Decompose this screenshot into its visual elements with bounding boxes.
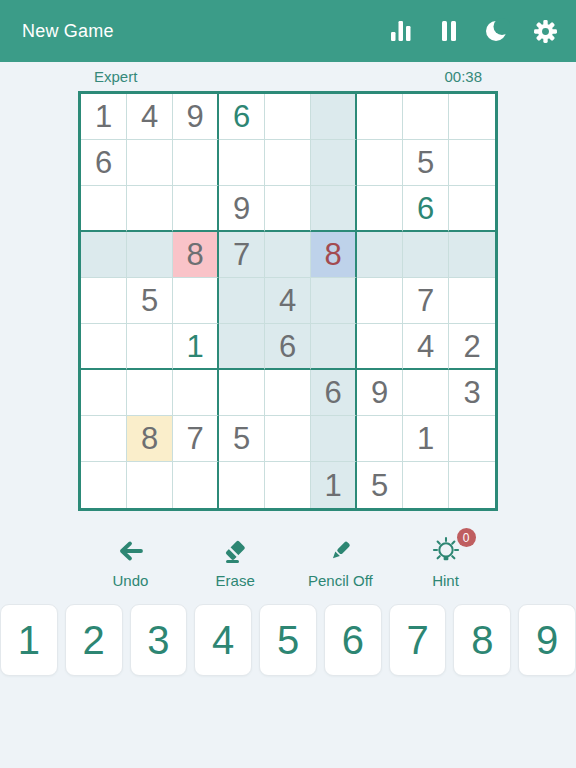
sudoku-cell[interactable] [403,462,449,508]
sudoku-cell[interactable] [265,186,311,232]
sudoku-cell[interactable]: 5 [357,462,403,508]
sudoku-cell[interactable]: 4 [127,94,173,140]
cell-digit: 7 [233,239,250,270]
numpad-button-1[interactable]: 1 [0,604,58,676]
sudoku-cell[interactable] [403,94,449,140]
cell-digit: 8 [324,239,341,270]
page-title: New Game [22,21,114,42]
sudoku-cell[interactable] [449,140,495,186]
undo-label: Undo [112,572,148,589]
sudoku-cell[interactable]: 6 [219,94,265,140]
sudoku-cell[interactable] [127,186,173,232]
undo-arrow-icon [115,536,145,566]
sudoku-cell[interactable] [265,416,311,462]
cell-digit: 2 [463,331,480,362]
sudoku-cell[interactable] [173,462,219,508]
numpad-button-3[interactable]: 3 [130,604,188,676]
sudoku-cell[interactable] [81,370,127,416]
moon-icon[interactable] [484,18,510,44]
sudoku-cell[interactable] [81,324,127,370]
sudoku-cell[interactable]: 3 [449,370,495,416]
sudoku-cell[interactable] [265,94,311,140]
sudoku-cell[interactable]: 9 [219,186,265,232]
sudoku-cell[interactable]: 4 [265,278,311,324]
cell-digit: 1 [417,423,434,454]
numpad-button-9[interactable]: 9 [518,604,576,676]
sudoku-cell[interactable] [219,140,265,186]
sudoku-cell[interactable] [127,140,173,186]
sudoku-cell[interactable] [219,370,265,416]
eraser-icon [221,536,249,566]
cell-digit: 6 [95,147,112,178]
cell-digit: 6 [324,377,341,408]
sudoku-cell[interactable]: 9 [173,94,219,140]
sudoku-cell[interactable] [311,278,357,324]
sudoku-cell[interactable]: 1 [173,324,219,370]
numpad-button-4[interactable]: 4 [194,604,252,676]
cell-digit: 9 [233,193,250,224]
cell-digit: 5 [233,423,250,454]
numpad-button-2[interactable]: 2 [65,604,123,676]
sudoku-cell[interactable]: 8 [173,232,219,278]
cell-digit: 4 [279,285,296,316]
cell-digit: 8 [141,423,158,454]
cell-digit: 1 [95,101,112,132]
sudoku-cell[interactable]: 6 [403,186,449,232]
numpad-button-6[interactable]: 6 [324,604,382,676]
hint-badge: 0 [457,528,476,547]
sudoku-cell[interactable] [357,324,403,370]
cell-digit: 6 [279,331,296,362]
sudoku-cell[interactable]: 5 [127,278,173,324]
sudoku-cell[interactable]: 6 [81,140,127,186]
cell-digit: 4 [141,101,158,132]
pencil-label: Pencil Off [308,572,373,589]
sudoku-cell[interactable] [81,186,127,232]
sudoku-cell[interactable]: 6 [311,370,357,416]
erase-button[interactable]: Erase [203,536,267,589]
sudoku-cell[interactable] [127,370,173,416]
cell-digit: 7 [186,423,203,454]
sudoku-cell[interactable] [449,232,495,278]
hint-label: Hint [432,572,459,589]
numpad-button-8[interactable]: 8 [453,604,511,676]
undo-button[interactable]: Undo [98,536,162,589]
sudoku-cell[interactable] [311,186,357,232]
sudoku-cell[interactable] [173,278,219,324]
toolbar: Undo Erase Pencil Off [78,536,498,589]
sudoku-cell[interactable] [357,232,403,278]
pencil-toggle-button[interactable]: Pencil Off [308,536,373,589]
app-bar: New Game [0,0,576,62]
sudoku-cell[interactable] [127,324,173,370]
sudoku-cell[interactable] [311,416,357,462]
sudoku-cell[interactable] [311,324,357,370]
hint-button[interactable]: Hint 0 [414,536,478,589]
cell-digit: 4 [417,331,434,362]
sudoku-cell[interactable] [449,278,495,324]
app-bar-icons [388,18,558,44]
cell-digit: 6 [417,193,434,224]
bulb-icon [432,536,460,566]
erase-label: Erase [216,572,255,589]
sudoku-cell[interactable]: 7 [403,278,449,324]
sudoku-cell[interactable]: 1 [403,416,449,462]
cell-digit: 9 [186,101,203,132]
cell-digit: 3 [463,377,480,408]
pencil-icon [326,536,354,566]
sudoku-cell[interactable] [449,462,495,508]
sudoku-cell[interactable] [449,416,495,462]
sudoku-cell[interactable] [357,416,403,462]
sudoku-cell[interactable]: 9 [357,370,403,416]
sudoku-cell[interactable] [173,140,219,186]
sudoku-cell[interactable] [173,186,219,232]
cell-digit: 1 [186,331,203,362]
sudoku-cell[interactable] [357,278,403,324]
cell-digit: 1 [324,470,341,501]
sudoku-cell[interactable] [219,462,265,508]
cell-digit: 5 [417,147,434,178]
sudoku-cell[interactable]: 8 [311,232,357,278]
sudoku-cell[interactable]: 4 [403,324,449,370]
sudoku-cell[interactable] [357,186,403,232]
cell-digit: 5 [371,470,388,501]
sudoku-cell[interactable] [265,462,311,508]
sudoku-cell[interactable] [265,232,311,278]
sudoku-cell[interactable] [173,370,219,416]
sudoku-cell[interactable] [219,278,265,324]
sudoku-cell[interactable]: 8 [127,416,173,462]
sudoku-cell[interactable] [403,370,449,416]
sudoku-cell[interactable] [311,140,357,186]
sudoku-grid: 149665968785471642693875115 [78,91,498,511]
sudoku-cell[interactable] [403,232,449,278]
cell-digit: 5 [141,285,158,316]
numpad-button-7[interactable]: 7 [389,604,447,676]
status-bar: Expert 00:38 [81,62,495,91]
sudoku-cell[interactable]: 6 [265,324,311,370]
difficulty-label: Expert [94,68,137,85]
sudoku-cell[interactable] [265,140,311,186]
sudoku-cell[interactable] [81,462,127,508]
cell-digit: 8 [186,239,203,270]
sudoku-cell[interactable]: 2 [449,324,495,370]
sudoku-cell[interactable] [311,94,357,140]
sudoku-cell[interactable] [265,370,311,416]
cell-digit: 6 [233,101,250,132]
pause-icon[interactable] [436,18,462,44]
sudoku-cell[interactable]: 7 [219,232,265,278]
sudoku-cell[interactable] [357,94,403,140]
sudoku-cell[interactable]: 1 [311,462,357,508]
number-pad: 123456789 [0,604,576,676]
sudoku-cell[interactable] [449,94,495,140]
timer: 00:38 [444,68,482,85]
sudoku-cell[interactable] [219,324,265,370]
cell-digit: 9 [371,377,388,408]
sudoku-cell[interactable] [127,462,173,508]
sudoku-cell[interactable]: 5 [219,416,265,462]
sudoku-cell[interactable]: 5 [403,140,449,186]
sudoku-cell[interactable] [81,278,127,324]
sudoku-cell[interactable]: 1 [81,94,127,140]
stats-icon[interactable] [388,18,414,44]
cell-digit: 7 [417,285,434,316]
sudoku-cell[interactable] [357,140,403,186]
numpad-button-5[interactable]: 5 [259,604,317,676]
sudoku-cell[interactable] [449,186,495,232]
sudoku-cell[interactable] [81,416,127,462]
sudoku-cell[interactable]: 7 [173,416,219,462]
sudoku-cell[interactable] [81,232,127,278]
settings-icon[interactable] [532,18,558,44]
sudoku-cell[interactable] [127,232,173,278]
